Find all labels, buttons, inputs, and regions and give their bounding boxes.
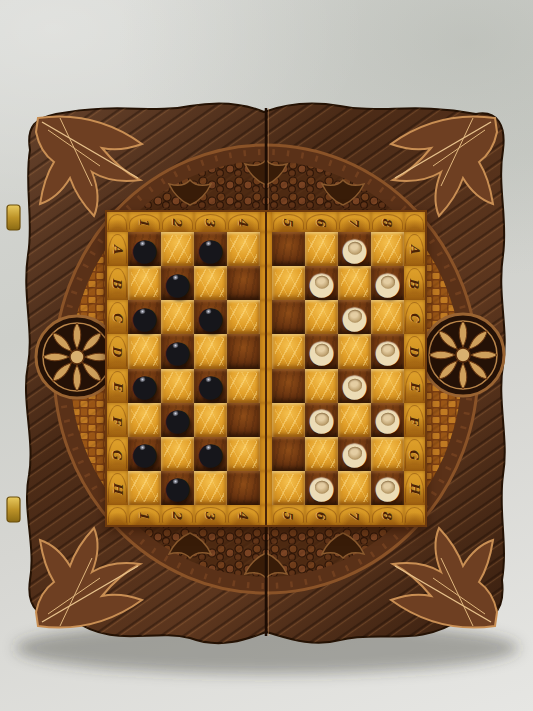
square-E8[interactable] [371, 369, 404, 403]
left-letter-A-glyph: A [112, 244, 124, 253]
square-H1[interactable] [128, 471, 161, 505]
right-letter-C: C [404, 300, 425, 334]
square-G3[interactable]: ● [194, 437, 227, 471]
square-H7[interactable] [338, 471, 371, 505]
square-C2[interactable] [161, 300, 194, 334]
black-checker[interactable]: ● [197, 370, 224, 401]
square-E4[interactable] [227, 369, 260, 403]
checker-glyph: ● [341, 370, 368, 401]
white-checker[interactable]: ● [341, 370, 368, 401]
hinge-gap [260, 403, 272, 437]
white-checker[interactable]: ● [341, 234, 368, 265]
board-frame-corner [404, 505, 425, 525]
top-number-7-glyph: 7 [348, 218, 360, 226]
bottom-number-3: 3 [194, 505, 227, 525]
square-H3[interactable] [194, 471, 227, 505]
checker-glyph: ● [374, 268, 401, 299]
square-E7[interactable]: ● [338, 369, 371, 403]
white-checker[interactable]: ● [341, 438, 368, 469]
square-D7[interactable] [338, 334, 371, 368]
square-A3[interactable]: ● [194, 232, 227, 266]
square-C3[interactable]: ● [194, 300, 227, 334]
hinge-gap [260, 334, 272, 368]
bottom-number-1-glyph: 1 [138, 511, 150, 519]
hinge-gap [260, 300, 272, 334]
black-checker[interactable]: ● [131, 370, 158, 401]
bottom-number-4: 4 [227, 505, 260, 525]
hinge-gap [260, 232, 272, 266]
checker-glyph: ● [341, 302, 368, 333]
left-letter-B-glyph: B [112, 278, 124, 288]
black-checker[interactable]: ● [131, 302, 158, 333]
white-checker[interactable]: ● [341, 302, 368, 333]
bottom-number-6: 6 [305, 505, 338, 525]
square-B6[interactable]: ● [305, 266, 338, 300]
top-number-1: 1 [128, 212, 161, 232]
left-letter-A: A [107, 232, 128, 266]
left-letter-H-glyph: H [112, 482, 124, 493]
white-checker[interactable]: ● [308, 336, 335, 367]
square-B2[interactable]: ● [161, 266, 194, 300]
square-B4[interactable] [227, 266, 260, 300]
checker-glyph: ● [374, 404, 401, 435]
square-E6[interactable] [305, 369, 338, 403]
square-B7[interactable] [338, 266, 371, 300]
checker-glyph: ● [164, 336, 191, 367]
right-letter-A-glyph: A [409, 244, 421, 253]
white-checker[interactable]: ● [308, 472, 335, 503]
square-F4[interactable] [227, 403, 260, 437]
square-F8[interactable]: ● [371, 403, 404, 437]
square-H4[interactable] [227, 471, 260, 505]
bottom-number-2-glyph: 2 [171, 511, 183, 519]
square-A2[interactable] [161, 232, 194, 266]
black-checker[interactable]: ● [131, 438, 158, 469]
top-number-3: 3 [194, 212, 227, 232]
square-E1[interactable]: ● [128, 369, 161, 403]
checker-glyph: ● [164, 404, 191, 435]
square-A5[interactable] [272, 232, 305, 266]
square-C5[interactable] [272, 300, 305, 334]
square-B1[interactable] [128, 266, 161, 300]
checker-glyph: ● [341, 234, 368, 265]
checker-glyph: ● [308, 268, 335, 299]
square-D2[interactable]: ● [161, 334, 194, 368]
white-checker[interactable]: ● [308, 404, 335, 435]
square-G7[interactable]: ● [338, 437, 371, 471]
black-checker[interactable]: ● [164, 404, 191, 435]
bottom-number-6-glyph: 6 [315, 511, 327, 519]
checker-glyph: ● [308, 336, 335, 367]
white-checker[interactable]: ● [374, 472, 401, 503]
right-letter-D-glyph: D [409, 346, 421, 356]
black-checker[interactable]: ● [164, 268, 191, 299]
checker-glyph: ● [131, 370, 158, 401]
bottom-number-1: 1 [128, 505, 161, 525]
brass-clasp-top [7, 205, 20, 230]
top-number-8-glyph: 8 [381, 218, 393, 226]
square-F3[interactable] [194, 403, 227, 437]
right-letter-G: G [404, 437, 425, 471]
left-letter-D: D [107, 334, 128, 368]
square-G5[interactable] [272, 437, 305, 471]
black-checker[interactable]: ● [164, 472, 191, 503]
square-G8[interactable] [371, 437, 404, 471]
square-C8[interactable] [371, 300, 404, 334]
white-checker[interactable]: ● [308, 268, 335, 299]
bottom-number-4-glyph: 4 [237, 511, 249, 519]
right-letter-A: A [404, 232, 425, 266]
checker-glyph: ● [131, 302, 158, 333]
white-checker[interactable]: ● [374, 268, 401, 299]
left-letter-E: E [107, 369, 128, 403]
square-H5[interactable] [272, 471, 305, 505]
bottom-number-5: 5 [272, 505, 305, 525]
square-D6[interactable]: ● [305, 334, 338, 368]
checkers-board: 12345678A●●●AB●●●BC●●●CD●●●DE●●●EF●●●FG●… [105, 210, 427, 527]
left-letter-C: C [107, 300, 128, 334]
square-D5[interactable] [272, 334, 305, 368]
board-frame-corner [107, 505, 128, 525]
checker-glyph: ● [341, 438, 368, 469]
square-A8[interactable] [371, 232, 404, 266]
square-H6[interactable]: ● [305, 471, 338, 505]
square-C1[interactable]: ● [128, 300, 161, 334]
left-letter-D-glyph: D [112, 346, 124, 356]
top-number-2-glyph: 2 [171, 218, 183, 226]
bottom-number-5-glyph: 5 [282, 511, 294, 519]
top-number-1-glyph: 1 [138, 218, 150, 226]
black-checker[interactable]: ● [197, 234, 224, 265]
left-letter-E-glyph: E [112, 381, 124, 390]
hinge-gap [260, 471, 272, 505]
black-checker[interactable]: ● [197, 438, 224, 469]
right-letter-B: B [404, 266, 425, 300]
square-G6[interactable] [305, 437, 338, 471]
square-H2[interactable]: ● [161, 471, 194, 505]
square-A4[interactable] [227, 232, 260, 266]
square-E2[interactable] [161, 369, 194, 403]
left-letter-F-glyph: F [112, 415, 124, 424]
right-letter-E: E [404, 369, 425, 403]
checker-glyph: ● [131, 438, 158, 469]
bottom-number-3-glyph: 3 [204, 511, 216, 519]
right-letter-C-glyph: C [409, 313, 421, 323]
black-checker[interactable]: ● [197, 302, 224, 333]
carved-checkers-board-photo: 12345678A●●●AB●●●BC●●●CD●●●DE●●●EF●●●FG●… [0, 0, 533, 711]
top-number-8: 8 [371, 212, 404, 232]
checker-glyph: ● [197, 438, 224, 469]
hinge-gap-top [260, 212, 272, 232]
hinge-gap-bottom [260, 505, 272, 525]
square-A6[interactable] [305, 232, 338, 266]
bottom-number-2: 2 [161, 505, 194, 525]
white-checker[interactable]: ● [374, 404, 401, 435]
square-D1[interactable] [128, 334, 161, 368]
top-number-4-glyph: 4 [237, 218, 249, 226]
board-grid: 12345678A●●●AB●●●BC●●●CD●●●DE●●●EF●●●FG●… [107, 212, 425, 525]
top-number-7: 7 [338, 212, 371, 232]
checker-glyph: ● [197, 302, 224, 333]
bottom-number-8-glyph: 8 [381, 511, 393, 519]
right-letter-E-glyph: E [409, 381, 421, 390]
square-D8[interactable]: ● [371, 334, 404, 368]
square-B8[interactable]: ● [371, 266, 404, 300]
left-letter-F: F [107, 403, 128, 437]
checker-glyph: ● [374, 336, 401, 367]
top-number-6: 6 [305, 212, 338, 232]
top-number-4: 4 [227, 212, 260, 232]
board-frame-corner [404, 212, 425, 232]
right-letter-F-glyph: F [409, 415, 421, 424]
bottom-number-7: 7 [338, 505, 371, 525]
brass-clasp-bottom [7, 497, 20, 522]
black-checker[interactable]: ● [164, 336, 191, 367]
checker-glyph: ● [374, 472, 401, 503]
square-A1[interactable]: ● [128, 232, 161, 266]
rosette-medallion-right [422, 314, 504, 396]
square-G1[interactable]: ● [128, 437, 161, 471]
square-G2[interactable] [161, 437, 194, 471]
square-D3[interactable] [194, 334, 227, 368]
checker-glyph: ● [197, 234, 224, 265]
top-number-2: 2 [161, 212, 194, 232]
right-letter-H: H [404, 471, 425, 505]
bottom-number-7-glyph: 7 [348, 511, 360, 519]
square-F6[interactable]: ● [305, 403, 338, 437]
checker-glyph: ● [308, 404, 335, 435]
right-letter-G-glyph: G [409, 449, 421, 459]
square-H8[interactable]: ● [371, 471, 404, 505]
square-A7[interactable]: ● [338, 232, 371, 266]
square-B3[interactable] [194, 266, 227, 300]
left-letter-C-glyph: C [112, 313, 124, 323]
top-number-3-glyph: 3 [204, 218, 216, 226]
hinge-gap [260, 266, 272, 300]
right-letter-H-glyph: H [409, 482, 421, 493]
square-C4[interactable] [227, 300, 260, 334]
top-number-5-glyph: 5 [282, 218, 294, 226]
left-letter-G-glyph: G [112, 449, 124, 459]
black-checker[interactable]: ● [131, 234, 158, 265]
square-B5[interactable] [272, 266, 305, 300]
square-C7[interactable]: ● [338, 300, 371, 334]
right-letter-F: F [404, 403, 425, 437]
square-E3[interactable]: ● [194, 369, 227, 403]
checker-glyph: ● [308, 472, 335, 503]
hinge-gap [260, 437, 272, 471]
square-C6[interactable] [305, 300, 338, 334]
checker-glyph: ● [164, 472, 191, 503]
square-D4[interactable] [227, 334, 260, 368]
checker-glyph: ● [164, 268, 191, 299]
checker-glyph: ● [131, 234, 158, 265]
square-F1[interactable] [128, 403, 161, 437]
square-F5[interactable] [272, 403, 305, 437]
top-number-5: 5 [272, 212, 305, 232]
square-F2[interactable]: ● [161, 403, 194, 437]
hinge-gap [260, 369, 272, 403]
left-letter-G: G [107, 437, 128, 471]
left-letter-H: H [107, 471, 128, 505]
square-F7[interactable] [338, 403, 371, 437]
right-letter-B-glyph: B [409, 278, 421, 288]
top-number-6-glyph: 6 [315, 218, 327, 226]
white-checker[interactable]: ● [374, 336, 401, 367]
bottom-number-8: 8 [371, 505, 404, 525]
square-G4[interactable] [227, 437, 260, 471]
left-letter-B: B [107, 266, 128, 300]
checker-glyph: ● [197, 370, 224, 401]
square-E5[interactable] [272, 369, 305, 403]
right-letter-D: D [404, 334, 425, 368]
board-frame-corner [107, 212, 128, 232]
